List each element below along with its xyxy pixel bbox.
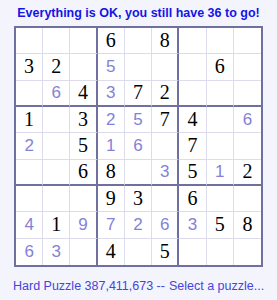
cell-r6c7: 5 <box>179 160 206 186</box>
cell-r2c2: 2 <box>43 54 70 80</box>
cell-r9c5[interactable] <box>125 239 152 265</box>
cell-r6c2[interactable] <box>43 160 70 186</box>
status-message: Everything is OK, you still have 36 to g… <box>0 0 277 21</box>
cell-r6c3: 6 <box>70 160 97 186</box>
cell-r9c4: 4 <box>98 239 125 265</box>
cell-r2c1: 3 <box>16 54 43 80</box>
cell-r4c9[interactable]: 6 <box>234 107 261 133</box>
cell-r3c7[interactable] <box>179 81 206 107</box>
cell-r7c2[interactable] <box>43 186 70 212</box>
cell-r1c2[interactable] <box>43 28 70 54</box>
cell-r9c6: 5 <box>152 239 179 265</box>
footer: Hard Puzzle 387,411,673 --Select a puzzl… <box>13 279 277 293</box>
cell-r8c7[interactable]: 3 <box>179 212 206 238</box>
cell-r9c7[interactable] <box>179 239 206 265</box>
cell-r5c5[interactable]: 6 <box>125 133 152 159</box>
cell-r1c7[interactable] <box>179 28 206 54</box>
cell-r4c1: 1 <box>16 107 43 133</box>
cell-r7c1[interactable] <box>16 186 43 212</box>
cell-r8c4[interactable]: 7 <box>98 212 125 238</box>
cell-r6c5[interactable] <box>125 160 152 186</box>
cell-r4c4[interactable]: 2 <box>98 107 125 133</box>
puzzle-label: Hard Puzzle 387,411,673 -- <box>13 279 165 293</box>
cell-r9c2[interactable]: 3 <box>43 239 70 265</box>
cell-r4c2[interactable] <box>43 107 70 133</box>
sudoku-board: 6832566437213257462516768351293641972635… <box>14 26 263 267</box>
cell-r5c6[interactable] <box>152 133 179 159</box>
cell-r2c7[interactable] <box>179 54 206 80</box>
cell-r6c4: 8 <box>98 160 125 186</box>
cell-r2c4[interactable]: 5 <box>98 54 125 80</box>
cell-r1c9[interactable] <box>234 28 261 54</box>
cell-r6c6[interactable]: 3 <box>152 160 179 186</box>
cell-r3c6: 2 <box>152 81 179 107</box>
cell-r8c2: 1 <box>43 212 70 238</box>
cell-r5c7: 7 <box>179 133 206 159</box>
cell-r3c8[interactable] <box>207 81 234 107</box>
cell-r9c1[interactable]: 6 <box>16 239 43 265</box>
cell-r4c6: 7 <box>152 107 179 133</box>
cell-r8c9: 8 <box>234 212 261 238</box>
cell-r8c5[interactable]: 2 <box>125 212 152 238</box>
cell-r3c5: 7 <box>125 81 152 107</box>
cell-r5c3: 5 <box>70 133 97 159</box>
cell-r6c8[interactable]: 1 <box>207 160 234 186</box>
cell-r7c6[interactable] <box>152 186 179 212</box>
cell-r5c4[interactable]: 1 <box>98 133 125 159</box>
cell-r3c1[interactable] <box>16 81 43 107</box>
cell-r1c8[interactable] <box>207 28 234 54</box>
cell-r3c9[interactable] <box>234 81 261 107</box>
cell-r4c5[interactable]: 5 <box>125 107 152 133</box>
cell-r2c6[interactable] <box>152 54 179 80</box>
cell-r8c3[interactable]: 9 <box>70 212 97 238</box>
cell-r8c8: 5 <box>207 212 234 238</box>
cell-r5c8[interactable] <box>207 133 234 159</box>
cell-r3c2[interactable]: 6 <box>43 81 70 107</box>
cell-r2c9[interactable] <box>234 54 261 80</box>
cell-r3c4[interactable]: 3 <box>98 81 125 107</box>
cell-r1c6: 8 <box>152 28 179 54</box>
cell-r2c8: 6 <box>207 54 234 80</box>
cell-r8c1[interactable]: 4 <box>16 212 43 238</box>
cell-r8c6[interactable]: 6 <box>152 212 179 238</box>
cell-r5c2[interactable] <box>43 133 70 159</box>
cell-r2c3[interactable] <box>70 54 97 80</box>
cell-r7c4: 9 <box>98 186 125 212</box>
cell-r5c9[interactable] <box>234 133 261 159</box>
cell-r9c3[interactable] <box>70 239 97 265</box>
cell-r4c8[interactable] <box>207 107 234 133</box>
cell-r1c4: 6 <box>98 28 125 54</box>
cell-r3c3: 4 <box>70 81 97 107</box>
cell-r7c3[interactable] <box>70 186 97 212</box>
cell-r4c3: 3 <box>70 107 97 133</box>
cell-r7c5: 3 <box>125 186 152 212</box>
select-puzzle-link[interactable]: Select a puzzle... <box>169 279 264 293</box>
cell-r7c9[interactable] <box>234 186 261 212</box>
cell-r2c5[interactable] <box>125 54 152 80</box>
cell-r6c1[interactable] <box>16 160 43 186</box>
cell-r7c7: 6 <box>179 186 206 212</box>
cell-r4c7: 4 <box>179 107 206 133</box>
cell-r5c1[interactable]: 2 <box>16 133 43 159</box>
cell-r9c9[interactable] <box>234 239 261 265</box>
cell-r1c3[interactable] <box>70 28 97 54</box>
cell-r6c9: 2 <box>234 160 261 186</box>
cell-r9c8[interactable] <box>207 239 234 265</box>
cell-r1c1[interactable] <box>16 28 43 54</box>
cell-r1c5[interactable] <box>125 28 152 54</box>
cell-r7c8[interactable] <box>207 186 234 212</box>
